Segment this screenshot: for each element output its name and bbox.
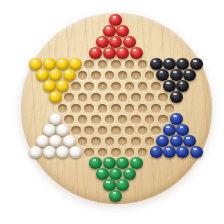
board-cell (29, 147, 42, 158)
empty-hole[interactable] (145, 93, 155, 102)
board-cell (109, 59, 122, 70)
board-cell (163, 103, 176, 114)
board-cell (156, 136, 169, 147)
board-cell (89, 136, 102, 147)
empty-hole[interactable] (84, 148, 94, 157)
board-cell (96, 103, 109, 114)
board-cell (96, 147, 109, 158)
empty-hole[interactable] (111, 148, 121, 157)
board-cell (96, 125, 109, 136)
board-cell (42, 59, 55, 70)
empty-hole[interactable] (105, 93, 115, 102)
empty-hole[interactable] (165, 104, 175, 113)
board-cell (49, 136, 62, 147)
empty-hole[interactable] (105, 115, 115, 124)
empty-hole[interactable] (98, 148, 108, 157)
empty-hole[interactable] (84, 60, 94, 69)
board-cell (116, 180, 129, 191)
board-cell (109, 37, 122, 48)
marble-yellow[interactable] (49, 91, 62, 104)
empty-hole[interactable] (131, 115, 141, 124)
board-cell (123, 103, 136, 114)
empty-hole[interactable] (151, 104, 161, 113)
marble-red[interactable] (89, 47, 102, 60)
board-cell (69, 147, 82, 158)
empty-hole[interactable] (78, 71, 88, 80)
board-cell (169, 70, 182, 81)
empty-hole[interactable] (125, 126, 135, 135)
board-cell (29, 59, 42, 70)
empty-hole[interactable] (131, 137, 141, 146)
board-cell (109, 103, 122, 114)
board-cell (156, 70, 169, 81)
empty-hole[interactable] (105, 71, 115, 80)
empty-hole[interactable] (84, 104, 94, 113)
board-cell (96, 169, 109, 180)
empty-hole[interactable] (98, 82, 108, 91)
empty-hole[interactable] (105, 137, 115, 146)
board-cell (96, 81, 109, 92)
empty-hole[interactable] (138, 148, 148, 157)
board-cell (109, 81, 122, 92)
empty-hole[interactable] (84, 82, 94, 91)
board-cell (143, 70, 156, 81)
board-cell (103, 70, 116, 81)
marble-white[interactable] (43, 146, 56, 159)
empty-hole[interactable] (71, 104, 81, 113)
board-cell (136, 103, 149, 114)
board-cell (56, 59, 69, 70)
board-cell (116, 158, 129, 169)
board-cell (116, 92, 129, 103)
board-cell (42, 125, 55, 136)
board-cell (89, 158, 102, 169)
board-cell (62, 114, 75, 125)
empty-hole[interactable] (151, 126, 161, 135)
empty-hole[interactable] (118, 137, 128, 146)
board-cell (42, 81, 55, 92)
marble-white[interactable] (69, 146, 82, 159)
board-cell (96, 37, 109, 48)
board-cell (109, 15, 122, 26)
board-cell (56, 125, 69, 136)
board-cell (89, 48, 102, 59)
board-cell (83, 147, 96, 158)
marble-white[interactable] (29, 146, 42, 159)
board-cell (49, 92, 62, 103)
empty-hole[interactable] (58, 104, 68, 113)
empty-hole[interactable] (118, 93, 128, 102)
empty-hole[interactable] (78, 93, 88, 102)
board-cell (116, 136, 129, 147)
marble-black[interactable] (183, 69, 196, 82)
board-cell (163, 147, 176, 158)
empty-hole[interactable] (118, 71, 128, 80)
empty-hole[interactable] (158, 93, 168, 102)
board-cell (62, 70, 75, 81)
empty-hole[interactable] (91, 71, 101, 80)
empty-hole[interactable] (111, 126, 121, 135)
board-cell (149, 147, 162, 158)
empty-hole[interactable] (145, 115, 155, 124)
board-cell (76, 92, 89, 103)
empty-hole[interactable] (125, 82, 135, 91)
board-cell (136, 59, 149, 70)
board-cell (76, 70, 89, 81)
board-cell (62, 92, 75, 103)
board-cell (103, 180, 116, 191)
board-cell (109, 169, 122, 180)
empty-hole[interactable] (91, 115, 101, 124)
marble-black[interactable] (170, 91, 183, 104)
board-cell (123, 81, 136, 92)
board-cell (116, 114, 129, 125)
empty-hole[interactable] (71, 82, 81, 91)
empty-hole[interactable] (91, 137, 101, 146)
marble-green[interactable] (116, 179, 129, 192)
empty-hole[interactable] (125, 104, 135, 113)
board-cell (123, 169, 136, 180)
empty-hole[interactable] (111, 104, 121, 113)
empty-hole[interactable] (131, 71, 141, 80)
board-cell (76, 114, 89, 125)
empty-hole[interactable] (111, 60, 121, 69)
board-cell (176, 147, 189, 158)
board-cell (129, 158, 142, 169)
board-cell (36, 70, 49, 81)
board-cell (143, 136, 156, 147)
empty-hole[interactable] (98, 104, 108, 113)
empty-hole[interactable] (145, 137, 155, 146)
board-cell (103, 26, 116, 37)
empty-hole[interactable] (145, 71, 155, 80)
board-cell (176, 59, 189, 70)
board-cell (96, 59, 109, 70)
board-cell (69, 59, 82, 70)
board-cell (190, 147, 203, 158)
marble-red[interactable] (130, 47, 143, 60)
board-cell (149, 125, 162, 136)
board-cell (123, 125, 136, 136)
empty-hole[interactable] (84, 126, 94, 135)
board-cell (156, 114, 169, 125)
empty-hole[interactable] (125, 148, 135, 157)
board-cell (169, 114, 182, 125)
board-cell (149, 103, 162, 114)
board-cell (83, 59, 96, 70)
empty-hole[interactable] (91, 93, 101, 102)
board-cell (123, 59, 136, 70)
board-cell (143, 92, 156, 103)
board-cell (163, 125, 176, 136)
board-cell (136, 147, 149, 158)
board-cell (36, 136, 49, 147)
board-cell (116, 26, 129, 37)
board-cell (56, 103, 69, 114)
board-cell (129, 92, 142, 103)
empty-hole[interactable] (138, 82, 148, 91)
board-cell (176, 125, 189, 136)
marble-red[interactable] (116, 47, 129, 60)
board-cell (136, 125, 149, 136)
board-cell (103, 114, 116, 125)
marble-blue[interactable] (150, 146, 163, 159)
board-cell (129, 48, 142, 59)
board-cell (156, 92, 169, 103)
board-cell (89, 92, 102, 103)
board-cell (129, 70, 142, 81)
board-cell (89, 114, 102, 125)
marble-white[interactable] (56, 146, 69, 159)
board-cell (123, 37, 136, 48)
board-cell (109, 147, 122, 158)
empty-hole[interactable] (125, 60, 135, 69)
board-cell (149, 59, 162, 70)
board-cell (183, 136, 196, 147)
board-cell (62, 136, 75, 147)
empty-hole[interactable] (111, 82, 121, 91)
board-cell (103, 158, 116, 169)
board-cell (69, 125, 82, 136)
empty-hole[interactable] (138, 126, 148, 135)
board-cell (149, 81, 162, 92)
board-cell (169, 136, 182, 147)
empty-hole[interactable] (158, 115, 168, 124)
empty-hole[interactable] (131, 93, 141, 102)
board-cell (143, 114, 156, 125)
board-cell (103, 136, 116, 147)
marble-blue[interactable] (176, 146, 189, 159)
board-cell (83, 81, 96, 92)
board-cell (103, 92, 116, 103)
board-cell (169, 92, 182, 103)
board-cell (83, 103, 96, 114)
board-cell (89, 70, 102, 81)
empty-hole[interactable] (64, 93, 74, 102)
board-cell (69, 81, 82, 92)
board-cell (42, 147, 55, 158)
board-cell (116, 48, 129, 59)
board-cell (109, 125, 122, 136)
board-cell (136, 81, 149, 92)
board-cell (129, 136, 142, 147)
chinese-checkers-board (21, 13, 212, 204)
board-cell (123, 147, 136, 158)
board-cell (56, 81, 69, 92)
board-cell (83, 125, 96, 136)
empty-hole[interactable] (71, 126, 81, 135)
marble-blue[interactable] (190, 146, 203, 159)
board-grid (29, 15, 203, 202)
marble-green[interactable] (109, 190, 122, 203)
board-cell (103, 48, 116, 59)
board-cell (129, 114, 142, 125)
board-cell (163, 81, 176, 92)
board-cell (56, 147, 69, 158)
board-cell (49, 70, 62, 81)
board-cell (109, 191, 122, 202)
marble-red[interactable] (103, 47, 116, 60)
board-cell (49, 114, 62, 125)
empty-hole[interactable] (64, 115, 74, 124)
empty-hole[interactable] (118, 115, 128, 124)
empty-hole[interactable] (98, 60, 108, 69)
empty-hole[interactable] (138, 60, 148, 69)
product-photo-background (0, 0, 224, 224)
board-cell (163, 59, 176, 70)
board-cell (76, 136, 89, 147)
empty-hole[interactable] (138, 104, 148, 113)
empty-hole[interactable] (78, 115, 88, 124)
empty-hole[interactable] (98, 126, 108, 135)
board-cell (183, 70, 196, 81)
empty-hole[interactable] (78, 137, 88, 146)
board-cell (176, 81, 189, 92)
board-cell (190, 59, 203, 70)
empty-hole[interactable] (151, 82, 161, 91)
marble-blue[interactable] (163, 146, 176, 159)
board-cell (69, 103, 82, 114)
board-cell (116, 70, 129, 81)
